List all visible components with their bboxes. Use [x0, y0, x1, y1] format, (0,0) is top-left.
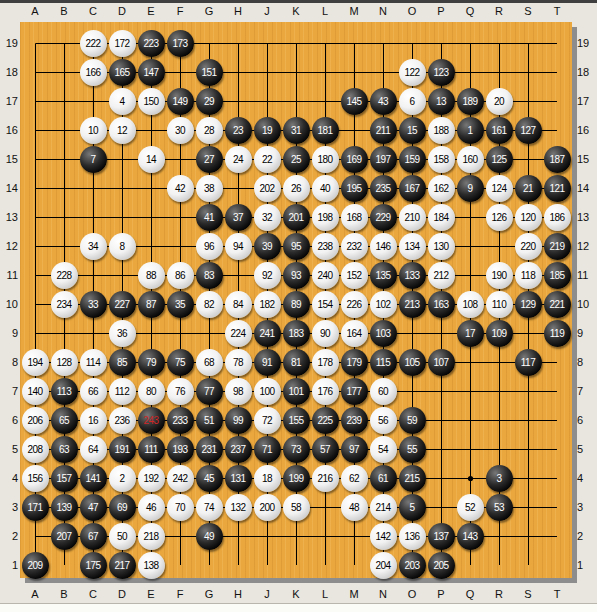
stone-D19-move-172: 172	[109, 30, 136, 57]
stone-H8-move-78: 78	[225, 349, 252, 376]
stone-C15-move-7: 7	[80, 146, 107, 173]
stone-B10-move-234: 234	[51, 291, 78, 318]
stone-J10-move-182: 182	[254, 291, 281, 318]
stone-E4-move-192: 192	[138, 465, 165, 492]
stone-L10-move-154: 154	[312, 291, 339, 318]
stone-H12-move-94: 94	[225, 233, 252, 260]
column-label-bottom-P: P	[432, 587, 450, 601]
stone-F16-move-30: 30	[167, 117, 194, 144]
stone-O11-move-133: 133	[399, 262, 426, 289]
row-label-right-9: 9	[577, 326, 597, 340]
column-label-top-L: L	[316, 4, 334, 18]
row-label-right-4: 4	[577, 471, 597, 485]
stone-Q15-move-160: 160	[457, 146, 484, 173]
stone-E8-move-79: 79	[138, 349, 165, 376]
row-label-left-13: 13	[0, 210, 18, 224]
stone-N5-move-54: 54	[370, 436, 397, 463]
row-label-right-2: 2	[577, 529, 597, 543]
stone-N2-move-142: 142	[370, 523, 397, 550]
stone-G8-move-68: 68	[196, 349, 223, 376]
stone-F11-move-86: 86	[167, 262, 194, 289]
stone-B3-move-139: 139	[51, 494, 78, 521]
stone-N9-move-103: 103	[370, 320, 397, 347]
stone-N10-move-102: 102	[370, 291, 397, 318]
stone-A4-move-156: 156	[22, 465, 49, 492]
stone-H5-move-237: 237	[225, 436, 252, 463]
stone-M13-move-168: 168	[341, 204, 368, 231]
stone-J7-move-100: 100	[254, 378, 281, 405]
stone-P12-move-130: 130	[428, 233, 455, 260]
stone-J5-move-71: 71	[254, 436, 281, 463]
stone-B7-move-113: 113	[51, 378, 78, 405]
stone-P8-move-107: 107	[428, 349, 455, 376]
stone-N12-move-146: 146	[370, 233, 397, 260]
row-label-right-5: 5	[577, 442, 597, 456]
stone-E6-move-243: 243	[138, 407, 165, 434]
stone-N6-move-56: 56	[370, 407, 397, 434]
stone-D8-move-85: 85	[109, 349, 136, 376]
stone-P13-move-184: 184	[428, 204, 455, 231]
stone-H9-move-224: 224	[225, 320, 252, 347]
stone-M6-move-239: 239	[341, 407, 368, 434]
stone-D3-move-69: 69	[109, 494, 136, 521]
stone-R3-move-53: 53	[486, 494, 513, 521]
stone-R10-move-110: 110	[486, 291, 513, 318]
stone-B2-move-207: 207	[51, 523, 78, 550]
stone-G7-move-77: 77	[196, 378, 223, 405]
stone-M3-move-48: 48	[341, 494, 368, 521]
stone-M7-move-177: 177	[341, 378, 368, 405]
stone-D4-move-2: 2	[109, 465, 136, 492]
stone-F5-move-193: 193	[167, 436, 194, 463]
stone-P2-move-137: 137	[428, 523, 455, 550]
stone-O5-move-55: 55	[399, 436, 426, 463]
row-label-right-3: 3	[577, 500, 597, 514]
stone-H16-move-23: 23	[225, 117, 252, 144]
stone-O2-move-136: 136	[399, 523, 426, 550]
column-label-top-N: N	[374, 4, 392, 18]
stone-T13-move-186: 186	[544, 204, 571, 231]
stone-C8-move-114: 114	[80, 349, 107, 376]
stone-D6-move-236: 236	[109, 407, 136, 434]
column-label-bottom-G: G	[200, 587, 218, 601]
stone-D12-move-8: 8	[109, 233, 136, 260]
stone-J16-move-19: 19	[254, 117, 281, 144]
row-label-left-8: 8	[0, 355, 18, 369]
go-app-window: ABCDEFGHJKLMNOPQRST ABCDEFGHJKLMNOPQRST …	[0, 0, 597, 612]
stone-D9-move-36: 36	[109, 320, 136, 347]
column-label-top-A: A	[26, 4, 44, 18]
stone-O18-move-122: 122	[399, 59, 426, 86]
row-label-left-15: 15	[0, 152, 18, 166]
row-label-right-8: 8	[577, 355, 597, 369]
row-label-left-10: 10	[0, 297, 18, 311]
stone-D17-move-4: 4	[109, 88, 136, 115]
stone-A5-move-208: 208	[22, 436, 49, 463]
stone-E17-move-150: 150	[138, 88, 165, 115]
stone-C5-move-64: 64	[80, 436, 107, 463]
row-label-right-14: 14	[577, 181, 597, 195]
stone-O8-move-105: 105	[399, 349, 426, 376]
stone-Q2-move-143: 143	[457, 523, 484, 550]
stone-C6-move-16: 16	[80, 407, 107, 434]
stone-O13-move-210: 210	[399, 204, 426, 231]
stone-Q16-move-1: 1	[457, 117, 484, 144]
column-label-bottom-J: J	[258, 587, 276, 601]
row-label-right-15: 15	[577, 152, 597, 166]
column-label-top-M: M	[345, 4, 363, 18]
stone-R15-move-125: 125	[486, 146, 513, 173]
column-label-bottom-K: K	[287, 587, 305, 601]
stone-L15-move-180: 180	[312, 146, 339, 173]
stone-C7-move-66: 66	[80, 378, 107, 405]
stone-H15-move-24: 24	[225, 146, 252, 173]
stone-C4-move-141: 141	[80, 465, 107, 492]
stone-B11-move-228: 228	[51, 262, 78, 289]
stone-C10-move-33: 33	[80, 291, 107, 318]
stone-P11-move-212: 212	[428, 262, 455, 289]
row-label-left-18: 18	[0, 65, 18, 79]
stone-N11-move-135: 135	[370, 262, 397, 289]
stone-H10-move-84: 84	[225, 291, 252, 318]
stone-P15-move-158: 158	[428, 146, 455, 173]
row-label-left-7: 7	[0, 384, 18, 398]
stone-R16-move-161: 161	[486, 117, 513, 144]
stone-A1-move-209: 209	[22, 552, 49, 579]
row-label-left-3: 3	[0, 500, 18, 514]
stone-R9-move-109: 109	[486, 320, 513, 347]
stone-P18-move-123: 123	[428, 59, 455, 86]
stone-J12-move-39: 39	[254, 233, 281, 260]
stone-R11-move-190: 190	[486, 262, 513, 289]
stone-K9-move-183: 183	[283, 320, 310, 347]
stone-B5-move-63: 63	[51, 436, 78, 463]
stone-J8-move-91: 91	[254, 349, 281, 376]
stone-L4-move-216: 216	[312, 465, 339, 492]
column-label-top-Q: Q	[461, 4, 479, 18]
stone-F17-move-149: 149	[167, 88, 194, 115]
column-label-bottom-N: N	[374, 587, 392, 601]
column-label-bottom-F: F	[171, 587, 189, 601]
stone-L14-move-40: 40	[312, 175, 339, 202]
stone-P16-move-188: 188	[428, 117, 455, 144]
column-label-bottom-S: S	[519, 587, 537, 601]
stone-M17-move-145: 145	[341, 88, 368, 115]
stone-N7-move-60: 60	[370, 378, 397, 405]
stone-P17-move-13: 13	[428, 88, 455, 115]
stone-O6-move-59: 59	[399, 407, 426, 434]
stone-C3-move-47: 47	[80, 494, 107, 521]
stone-Q17-move-189: 189	[457, 88, 484, 115]
row-label-right-12: 12	[577, 239, 597, 253]
stone-P14-move-162: 162	[428, 175, 455, 202]
stone-S10-move-129: 129	[515, 291, 542, 318]
stone-J4-move-18: 18	[254, 465, 281, 492]
row-label-right-7: 7	[577, 384, 597, 398]
stone-K14-move-26: 26	[283, 175, 310, 202]
column-label-bottom-H: H	[229, 587, 247, 601]
stone-B6-move-65: 65	[51, 407, 78, 434]
row-label-left-17: 17	[0, 94, 18, 108]
stone-M15-move-169: 169	[341, 146, 368, 173]
stone-M4-move-62: 62	[341, 465, 368, 492]
stone-B4-move-157: 157	[51, 465, 78, 492]
stone-G18-move-151: 151	[196, 59, 223, 86]
stone-J15-move-22: 22	[254, 146, 281, 173]
row-label-left-19: 19	[0, 36, 18, 50]
column-label-top-K: K	[287, 4, 305, 18]
stone-E2-move-218: 218	[138, 523, 165, 550]
stone-K8-move-81: 81	[283, 349, 310, 376]
stone-A6-move-206: 206	[22, 407, 49, 434]
column-label-top-R: R	[490, 4, 508, 18]
stone-S13-move-120: 120	[515, 204, 542, 231]
stone-H6-move-99: 99	[225, 407, 252, 434]
stone-C2-move-67: 67	[80, 523, 107, 550]
stone-Q10-move-108: 108	[457, 291, 484, 318]
column-label-bottom-T: T	[548, 587, 566, 601]
stone-N13-move-229: 229	[370, 204, 397, 231]
stone-T15-move-187: 187	[544, 146, 571, 173]
stone-K10-move-89: 89	[283, 291, 310, 318]
stone-O3-move-5: 5	[399, 494, 426, 521]
stone-R14-move-124: 124	[486, 175, 513, 202]
stone-A8-move-194: 194	[22, 349, 49, 376]
stone-L11-move-240: 240	[312, 262, 339, 289]
stone-K13-move-201: 201	[283, 204, 310, 231]
stone-C19-move-222: 222	[80, 30, 107, 57]
stone-O4-move-215: 215	[399, 465, 426, 492]
column-label-top-G: G	[200, 4, 218, 18]
stone-C16-move-10: 10	[80, 117, 107, 144]
stone-R13-move-126: 126	[486, 204, 513, 231]
column-label-bottom-C: C	[84, 587, 102, 601]
stone-K3-move-58: 58	[283, 494, 310, 521]
stone-G13-move-41: 41	[196, 204, 223, 231]
stone-L6-move-225: 225	[312, 407, 339, 434]
row-label-right-18: 18	[577, 65, 597, 79]
column-label-top-J: J	[258, 4, 276, 18]
stone-R4-move-3: 3	[486, 465, 513, 492]
stone-N1-move-204: 204	[370, 552, 397, 579]
stone-L9-move-90: 90	[312, 320, 339, 347]
stone-H13-move-37: 37	[225, 204, 252, 231]
stone-T9-move-119: 119	[544, 320, 571, 347]
stone-J11-move-92: 92	[254, 262, 281, 289]
stone-Q14-move-9: 9	[457, 175, 484, 202]
stone-G11-move-83: 83	[196, 262, 223, 289]
column-label-top-F: F	[171, 4, 189, 18]
stone-G12-move-96: 96	[196, 233, 223, 260]
stone-K4-move-199: 199	[283, 465, 310, 492]
stone-N14-move-235: 235	[370, 175, 397, 202]
stone-G5-move-231: 231	[196, 436, 223, 463]
stone-C18-move-166: 166	[80, 59, 107, 86]
stone-D16-move-12: 12	[109, 117, 136, 144]
stone-E5-move-111: 111	[138, 436, 165, 463]
stone-G4-move-45: 45	[196, 465, 223, 492]
stone-F4-move-242: 242	[167, 465, 194, 492]
column-label-bottom-A: A	[26, 587, 44, 601]
stone-T11-move-185: 185	[544, 262, 571, 289]
column-label-top-H: H	[229, 4, 247, 18]
row-label-right-11: 11	[577, 268, 597, 282]
stone-T10-move-221: 221	[544, 291, 571, 318]
stone-S16-move-127: 127	[515, 117, 542, 144]
stone-G15-move-27: 27	[196, 146, 223, 173]
stone-G17-move-29: 29	[196, 88, 223, 115]
stone-N3-move-214: 214	[370, 494, 397, 521]
stone-O16-move-15: 15	[399, 117, 426, 144]
row-label-right-6: 6	[577, 413, 597, 427]
stone-L8-move-178: 178	[312, 349, 339, 376]
stone-O14-move-167: 167	[399, 175, 426, 202]
stone-C1-move-175: 175	[80, 552, 107, 579]
row-label-left-1: 1	[0, 558, 18, 572]
stone-K16-move-31: 31	[283, 117, 310, 144]
row-label-right-1: 1	[577, 558, 597, 572]
stone-J6-move-72: 72	[254, 407, 281, 434]
stone-M12-move-232: 232	[341, 233, 368, 260]
row-label-left-5: 5	[0, 442, 18, 456]
stone-D5-move-191: 191	[109, 436, 136, 463]
stone-E15-move-14: 14	[138, 146, 165, 173]
stone-K7-move-101: 101	[283, 378, 310, 405]
stone-K6-move-155: 155	[283, 407, 310, 434]
stone-O1-move-203: 203	[399, 552, 426, 579]
column-label-bottom-O: O	[403, 587, 421, 601]
stone-Q3-move-52: 52	[457, 494, 484, 521]
stone-G3-move-74: 74	[196, 494, 223, 521]
stone-N4-move-61: 61	[370, 465, 397, 492]
stone-A7-move-140: 140	[22, 378, 49, 405]
stone-H7-move-98: 98	[225, 378, 252, 405]
column-label-top-P: P	[432, 4, 450, 18]
stone-G6-move-51: 51	[196, 407, 223, 434]
stone-M10-move-226: 226	[341, 291, 368, 318]
stone-E7-move-80: 80	[138, 378, 165, 405]
stone-F10-move-35: 35	[167, 291, 194, 318]
stone-F6-move-233: 233	[167, 407, 194, 434]
status-bar	[0, 603, 597, 612]
stone-M8-move-179: 179	[341, 349, 368, 376]
row-label-left-4: 4	[0, 471, 18, 485]
column-label-bottom-B: B	[55, 587, 73, 601]
stone-D18-move-165: 165	[109, 59, 136, 86]
stone-Q9-move-17: 17	[457, 320, 484, 347]
stone-N17-move-43: 43	[370, 88, 397, 115]
stone-P10-move-163: 163	[428, 291, 455, 318]
stone-T14-move-121: 121	[544, 175, 571, 202]
stone-K12-move-95: 95	[283, 233, 310, 260]
stone-G10-move-82: 82	[196, 291, 223, 318]
row-label-left-6: 6	[0, 413, 18, 427]
column-label-top-D: D	[113, 4, 131, 18]
stone-P1-move-205: 205	[428, 552, 455, 579]
column-label-bottom-E: E	[142, 587, 160, 601]
row-label-left-11: 11	[0, 268, 18, 282]
stone-A3-move-171: 171	[22, 494, 49, 521]
stone-O15-move-159: 159	[399, 146, 426, 173]
stone-L5-move-57: 57	[312, 436, 339, 463]
stone-M9-move-164: 164	[341, 320, 368, 347]
stone-F3-move-70: 70	[167, 494, 194, 521]
column-label-top-O: O	[403, 4, 421, 18]
row-label-left-16: 16	[0, 123, 18, 137]
stone-E3-move-46: 46	[138, 494, 165, 521]
column-label-top-T: T	[548, 4, 566, 18]
stone-N15-move-197: 197	[370, 146, 397, 173]
stone-E1-move-138: 138	[138, 552, 165, 579]
stone-S11-move-118: 118	[515, 262, 542, 289]
row-label-left-14: 14	[0, 181, 18, 195]
column-label-top-E: E	[142, 4, 160, 18]
stone-L12-move-238: 238	[312, 233, 339, 260]
stone-J14-move-202: 202	[254, 175, 281, 202]
stone-N8-move-115: 115	[370, 349, 397, 376]
column-label-bottom-D: D	[113, 587, 131, 601]
stone-G2-move-49: 49	[196, 523, 223, 550]
stone-J9-move-241: 241	[254, 320, 281, 347]
column-label-top-B: B	[55, 4, 73, 18]
stone-E18-move-147: 147	[138, 59, 165, 86]
stone-G14-move-38: 38	[196, 175, 223, 202]
stone-H4-move-131: 131	[225, 465, 252, 492]
stone-M5-move-97: 97	[341, 436, 368, 463]
row-label-right-13: 13	[577, 210, 597, 224]
row-label-left-9: 9	[0, 326, 18, 340]
stone-K15-move-25: 25	[283, 146, 310, 173]
stone-E10-move-87: 87	[138, 291, 165, 318]
column-label-top-C: C	[84, 4, 102, 18]
stone-E19-move-223: 223	[138, 30, 165, 57]
column-label-bottom-Q: Q	[461, 587, 479, 601]
stone-F7-move-76: 76	[167, 378, 194, 405]
stone-R17-move-20: 20	[486, 88, 513, 115]
stone-F8-move-75: 75	[167, 349, 194, 376]
stone-J13-move-32: 32	[254, 204, 281, 231]
stone-D1-move-217: 217	[109, 552, 136, 579]
column-label-bottom-M: M	[345, 587, 363, 601]
stone-S12-move-220: 220	[515, 233, 542, 260]
stone-G16-move-28: 28	[196, 117, 223, 144]
stone-L16-move-181: 181	[312, 117, 339, 144]
stone-H3-move-132: 132	[225, 494, 252, 521]
stone-F14-move-42: 42	[167, 175, 194, 202]
row-label-right-17: 17	[577, 94, 597, 108]
stone-L7-move-176: 176	[312, 378, 339, 405]
stone-O17-move-6: 6	[399, 88, 426, 115]
go-board[interactable]: 2221722231731661651471511221234150149291…	[20, 22, 572, 578]
stone-M14-move-195: 195	[341, 175, 368, 202]
stone-E11-move-88: 88	[138, 262, 165, 289]
stone-S8-move-117: 117	[515, 349, 542, 376]
row-label-right-16: 16	[577, 123, 597, 137]
window-top-border	[0, 0, 597, 3]
stone-C12-move-34: 34	[80, 233, 107, 260]
row-label-right-19: 19	[577, 36, 597, 50]
stone-D7-move-112: 112	[109, 378, 136, 405]
stone-K5-move-73: 73	[283, 436, 310, 463]
stone-L13-move-198: 198	[312, 204, 339, 231]
column-label-bottom-R: R	[490, 587, 508, 601]
stone-O10-move-213: 213	[399, 291, 426, 318]
stone-N16-move-211: 211	[370, 117, 397, 144]
column-label-bottom-L: L	[316, 587, 334, 601]
stone-D2-move-50: 50	[109, 523, 136, 550]
row-label-left-12: 12	[0, 239, 18, 253]
stone-J3-move-200: 200	[254, 494, 281, 521]
